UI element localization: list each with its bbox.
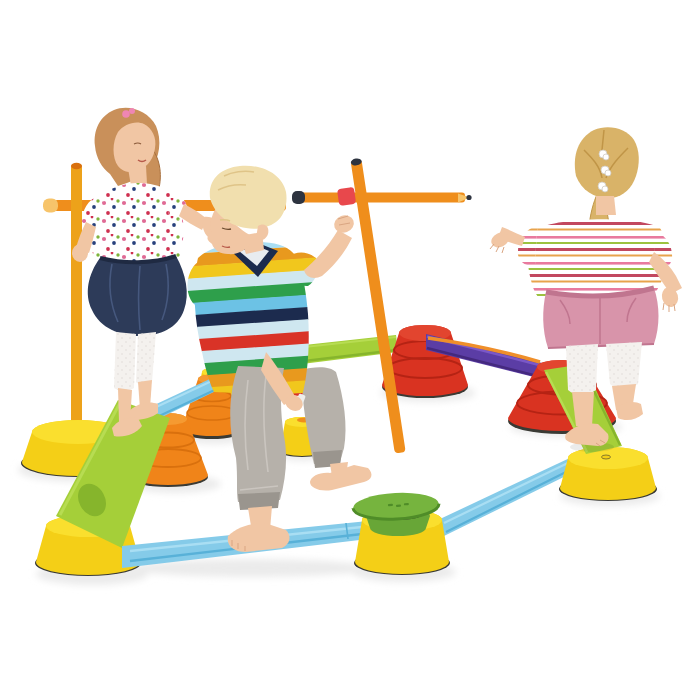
pole-clip-red [337, 187, 356, 206]
scene-svg [0, 0, 700, 700]
girl-right-legging-lace [566, 344, 598, 395]
girl-left-legging-lace [114, 332, 136, 391]
pole-crossbar-boy-cap [292, 191, 305, 204]
girl-left-right-hand [72, 244, 88, 262]
girl-left-hair-bobble [122, 110, 130, 118]
girl-left-denim-skirt [88, 256, 187, 336]
pole-top-cap-left [71, 163, 82, 169]
girl-right-legging-lace [606, 342, 642, 389]
balance-course-photo [0, 0, 700, 700]
pole-crossbar-left-cap [43, 199, 58, 213]
wobble-disc-dome [352, 491, 450, 575]
pole-vertical-left [71, 164, 82, 446]
pole-crossbar-boy [295, 193, 465, 203]
girl-left-hair-bobble [129, 108, 135, 114]
girl-right-neck [596, 196, 616, 215]
yellow-dome-bottom-right [559, 447, 657, 501]
